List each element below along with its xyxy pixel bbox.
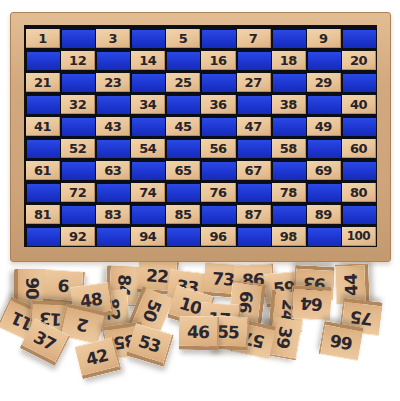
empty-slot-r2c5[interactable] [167,52,200,70]
board-cell-r9c6 [200,202,235,224]
board-cell-r3c5: 25 [165,70,200,92]
board-cell-r2c5 [165,48,200,70]
board-cell-r1c10 [341,26,376,48]
hundred-board-frame: 1357912141618202123252729323436384041434… [10,12,391,262]
board-cell-r1c8 [271,26,306,48]
empty-slot-r8c9[interactable] [308,184,341,202]
board-cell-r5c3: 43 [95,114,130,136]
empty-slot-r2c9[interactable] [308,52,341,70]
empty-slot-r4c1[interactable] [27,96,60,114]
board-cell-r3c2 [60,70,95,92]
board-cell-r6c10: 60 [341,136,376,158]
empty-slot-r4c5[interactable] [167,96,200,114]
empty-slot-r3c10[interactable] [343,74,376,92]
board-tile-41[interactable]: 41 [26,117,60,136]
board-cell-r1c9: 9 [306,26,341,48]
board-tile-9[interactable]: 9 [307,29,341,48]
board-cell-r10c5 [165,224,200,246]
board-tile-65[interactable]: 65 [166,161,200,180]
hundred-board-scene: 9084223373865993448299246464850101711132… [0,0,400,401]
board-cell-r4c1 [25,92,60,114]
board-cell-r7c6 [200,158,235,180]
board-cell-r6c7 [236,136,271,158]
empty-slot-r3c2[interactable] [62,74,95,92]
empty-slot-r9c10[interactable] [343,206,376,224]
board-cell-r3c7: 27 [236,70,271,92]
pile-tile-42[interactable]: 42 [74,337,121,380]
empty-slot-r5c6[interactable] [202,118,235,136]
board-cell-r9c2 [60,202,95,224]
empty-slot-r4c3[interactable] [97,96,130,114]
empty-slot-r10c7[interactable] [238,228,271,246]
board-cell-r8c3 [95,180,130,202]
board-cell-r6c4: 54 [130,136,165,158]
empty-slot-r9c8[interactable] [273,206,306,224]
board-cell-r3c3: 23 [95,70,130,92]
board-cell-r6c5 [165,136,200,158]
empty-slot-r1c6[interactable] [202,30,235,48]
board-cell-r8c2: 72 [60,180,95,202]
pile-tile-64[interactable]: 64 [290,285,332,321]
empty-slot-r8c3[interactable] [97,184,130,202]
board-cell-r6c3 [95,136,130,158]
board-cell-r5c4 [130,114,165,136]
empty-slot-r5c4[interactable] [132,118,165,136]
board-tile-94[interactable]: 94 [131,227,165,246]
board-tile-60[interactable]: 60 [342,139,376,158]
board-cell-r8c6: 76 [200,180,235,202]
board-cell-r10c3 [95,224,130,246]
board-cell-r5c7: 47 [236,114,271,136]
empty-slot-r8c1[interactable] [27,184,60,202]
board-cell-r4c2: 32 [60,92,95,114]
board-cell-r2c10: 20 [341,48,376,70]
board-tile-92[interactable]: 92 [61,227,95,246]
board-cell-r5c5: 45 [165,114,200,136]
empty-slot-r1c2[interactable] [62,30,95,48]
board-cell-r9c7: 87 [236,202,271,224]
board-cell-r4c4: 34 [130,92,165,114]
empty-slot-r8c7[interactable] [238,184,271,202]
board-tile-21[interactable]: 21 [26,73,60,92]
board-cell-r3c6 [200,70,235,92]
board-cell-r5c8 [271,114,306,136]
board-cell-r7c10 [341,158,376,180]
empty-slot-r5c8[interactable] [273,118,306,136]
board-tile-29[interactable]: 29 [307,73,341,92]
board-cell-r5c6 [200,114,235,136]
empty-slot-r10c3[interactable] [97,228,130,246]
empty-slot-r7c6[interactable] [202,162,235,180]
board-tile-7[interactable]: 7 [237,29,271,48]
board-cell-r7c4 [130,158,165,180]
board-cell-r8c8: 78 [271,180,306,202]
board-cell-r6c9 [306,136,341,158]
board-cell-r2c3 [95,48,130,70]
board-tile-23[interactable]: 23 [96,73,130,92]
empty-slot-r6c5[interactable] [167,140,200,158]
board-cell-r1c3: 3 [95,26,130,48]
board-cell-r2c9 [306,48,341,70]
board-tile-78[interactable]: 78 [272,183,306,202]
empty-slot-r4c7[interactable] [238,96,271,114]
board-cell-r4c5 [165,92,200,114]
board-tile-20[interactable]: 20 [342,51,376,70]
empty-slot-r3c4[interactable] [132,74,165,92]
empty-slot-r10c5[interactable] [167,228,200,246]
board-tile-72[interactable]: 72 [61,183,95,202]
board-tile-69[interactable]: 69 [307,161,341,180]
board-cell-r2c8: 18 [271,48,306,70]
board-cell-r2c7 [236,48,271,70]
board-cell-r10c8: 98 [271,224,306,246]
empty-slot-r3c6[interactable] [202,74,235,92]
board-tile-85[interactable]: 85 [166,205,200,224]
board-cell-r4c9 [306,92,341,114]
board-cell-r10c7 [236,224,271,246]
empty-slot-r2c3[interactable] [97,52,130,70]
board-cell-r10c4: 94 [130,224,165,246]
empty-slot-r9c6[interactable] [202,206,235,224]
board-cell-r6c1 [25,136,60,158]
board-cell-r1c1: 1 [25,26,60,48]
board-cell-r5c9: 49 [306,114,341,136]
board-cell-r7c5: 65 [165,158,200,180]
board-tile-18[interactable]: 18 [272,51,306,70]
board-tile-81[interactable]: 81 [26,205,60,224]
board-tile-89[interactable]: 89 [307,205,341,224]
board-cell-r1c6 [200,26,235,48]
board-cell-r9c10 [341,202,376,224]
empty-slot-r7c10[interactable] [343,162,376,180]
empty-slot-r7c8[interactable] [273,162,306,180]
board-cell-r7c1: 61 [25,158,60,180]
board-cell-r2c6: 16 [200,48,235,70]
board-cell-r8c10: 80 [341,180,376,202]
empty-slot-r4c9[interactable] [308,96,341,114]
board-cell-r8c1 [25,180,60,202]
board-cell-r3c8 [271,70,306,92]
board-tile-52[interactable]: 52 [61,139,95,158]
board-cell-r6c6: 56 [200,136,235,158]
board-cell-r4c3 [95,92,130,114]
board-cell-r9c9: 89 [306,202,341,224]
board-tile-38[interactable]: 38 [272,95,306,114]
board-tile-32[interactable]: 32 [61,95,95,114]
empty-slot-r10c1[interactable] [27,228,60,246]
board-cell-r8c9 [306,180,341,202]
board-cell-r7c2 [60,158,95,180]
board-cell-r5c1: 41 [25,114,60,136]
empty-slot-r5c10[interactable] [343,118,376,136]
empty-slot-r9c4[interactable] [132,206,165,224]
board-cell-r3c10 [341,70,376,92]
hundred-board-grid: 1357912141618202123252729323436384041434… [24,25,377,247]
board-tile-49[interactable]: 49 [307,117,341,136]
empty-slot-r2c1[interactable] [27,52,60,70]
board-tile-45[interactable]: 45 [166,117,200,136]
board-tile-96[interactable]: 96 [201,227,235,246]
board-cell-r3c9: 29 [306,70,341,92]
board-cell-r6c8: 58 [271,136,306,158]
board-tile-27[interactable]: 27 [237,73,271,92]
board-cell-r9c8 [271,202,306,224]
board-cell-r4c8: 38 [271,92,306,114]
board-cell-r8c4: 74 [130,180,165,202]
board-tile-25[interactable]: 25 [166,73,200,92]
board-cell-r1c2 [60,26,95,48]
board-cell-r1c5: 5 [165,26,200,48]
board-tile-36[interactable]: 36 [201,95,235,114]
board-cell-r6c2: 52 [60,136,95,158]
board-cell-r4c7 [236,92,271,114]
board-tile-58[interactable]: 58 [272,139,306,158]
board-cell-r5c10 [341,114,376,136]
board-cell-r9c1: 81 [25,202,60,224]
board-cell-r1c4 [130,26,165,48]
empty-slot-r1c10[interactable] [343,30,376,48]
board-tile-54[interactable]: 54 [131,139,165,158]
board-cell-r9c3: 83 [95,202,130,224]
board-tile-3[interactable]: 3 [96,29,130,48]
board-cell-r8c5 [165,180,200,202]
board-cell-r10c6: 96 [200,224,235,246]
board-tile-61[interactable]: 61 [26,161,60,180]
board-cell-r2c2: 12 [60,48,95,70]
board-cell-r3c4 [130,70,165,92]
empty-slot-r7c4[interactable] [132,162,165,180]
empty-slot-r1c4[interactable] [132,30,165,48]
empty-slot-r6c9[interactable] [308,140,341,158]
board-tile-34[interactable]: 34 [131,95,165,114]
board-tile-5[interactable]: 5 [166,29,200,48]
board-cell-r7c7: 67 [236,158,271,180]
pile-tile-46[interactable]: 46 [179,316,220,351]
empty-slot-r10c9[interactable] [308,228,341,246]
board-tile-83[interactable]: 83 [96,205,130,224]
board-tile-14[interactable]: 14 [131,51,165,70]
empty-slot-r9c2[interactable] [62,206,95,224]
board-tile-47[interactable]: 47 [237,117,271,136]
board-tile-16[interactable]: 16 [201,51,235,70]
board-cell-r8c7 [236,180,271,202]
board-tile-87[interactable]: 87 [237,205,271,224]
board-cell-r9c5: 85 [165,202,200,224]
board-cell-r2c1 [25,48,60,70]
board-tile-43[interactable]: 43 [96,117,130,136]
board-cell-r7c9: 69 [306,158,341,180]
empty-slot-r2c7[interactable] [238,52,271,70]
board-tile-40[interactable]: 40 [342,95,376,114]
board-cell-r10c1 [25,224,60,246]
board-cell-r9c4 [130,202,165,224]
empty-slot-r5c2[interactable] [62,118,95,136]
board-cell-r1c7: 7 [236,26,271,48]
board-cell-r7c3: 63 [95,158,130,180]
board-tile-76[interactable]: 76 [201,183,235,202]
board-cell-r3c1: 21 [25,70,60,92]
board-cell-r4c10: 40 [341,92,376,114]
board-tile-56[interactable]: 56 [201,139,235,158]
pile-tile-66[interactable]: 66 [318,321,363,361]
empty-slot-r6c3[interactable] [97,140,130,158]
empty-slot-r6c1[interactable] [27,140,60,158]
empty-slot-r6c7[interactable] [238,140,271,158]
board-cell-r7c8 [271,158,306,180]
board-cell-r10c10: 100 [341,224,376,246]
board-cell-r5c2 [60,114,95,136]
empty-slot-r1c8[interactable] [273,30,306,48]
board-cell-r10c2: 92 [60,224,95,246]
board-tile-67[interactable]: 67 [237,161,271,180]
empty-slot-r7c2[interactable] [62,162,95,180]
board-tile-80[interactable]: 80 [342,183,376,202]
board-tile-63[interactable]: 63 [96,161,130,180]
board-tile-12[interactable]: 12 [61,51,95,70]
board-cell-r2c4: 14 [130,48,165,70]
board-cell-r4c6: 36 [200,92,235,114]
board-tile-74[interactable]: 74 [131,183,165,202]
board-cell-r10c9 [306,224,341,246]
empty-slot-r3c8[interactable] [273,74,306,92]
pile-tile-53[interactable]: 53 [126,323,174,367]
board-tile-98[interactable]: 98 [272,227,306,246]
empty-slot-r8c5[interactable] [167,184,200,202]
board-tile-100[interactable]: 100 [342,227,376,246]
board-tile-1[interactable]: 1 [26,29,60,48]
